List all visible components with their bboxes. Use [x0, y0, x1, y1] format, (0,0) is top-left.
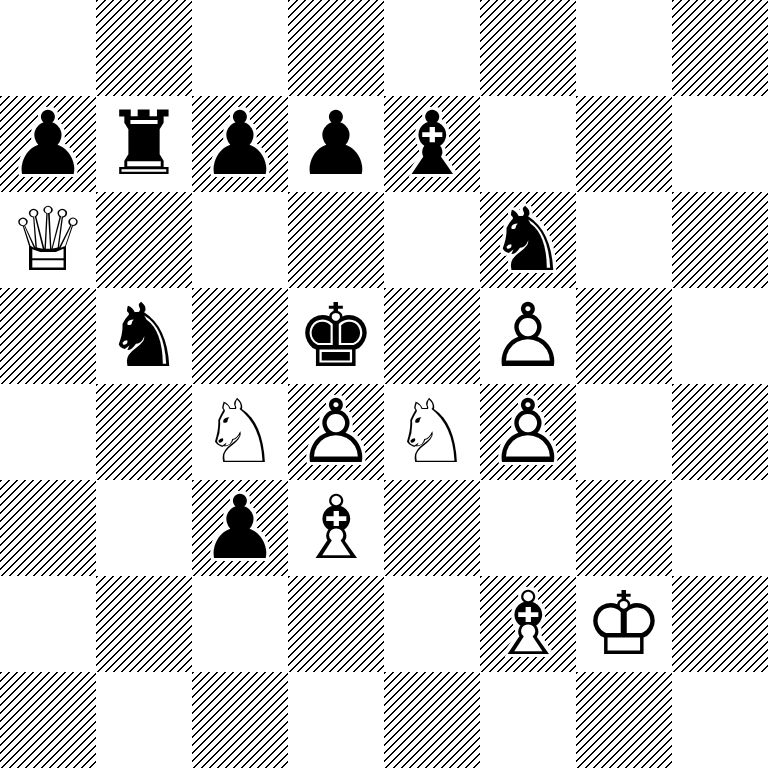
square-h8[interactable] [672, 0, 768, 96]
piece-black-pawn[interactable]: ♟♟ [192, 96, 288, 192]
piece-black-knight[interactable]: ♞♞ [96, 288, 192, 384]
black-bishop-glyph: ♝ [384, 96, 480, 192]
square-b7[interactable]: ♜♜ [96, 96, 192, 192]
black-knight-glyph: ♞ [480, 192, 576, 288]
piece-white-knight[interactable]: ♞♘ [384, 384, 480, 480]
piece-black-bishop[interactable]: ♝♝ [384, 96, 480, 192]
black-pawn-glyph: ♟ [192, 96, 288, 192]
square-h3[interactable] [672, 480, 768, 576]
piece-white-king[interactable]: ♚♔ [576, 576, 672, 672]
black-rook-glyph: ♜ [96, 96, 192, 192]
black-king-glyph: ♚ [288, 288, 384, 384]
square-f8[interactable] [480, 0, 576, 96]
white-queen-glyph: ♕ [0, 192, 96, 288]
square-h4[interactable] [672, 384, 768, 480]
piece-white-queen[interactable]: ♛♕ [0, 192, 96, 288]
square-h2[interactable] [672, 576, 768, 672]
square-f6[interactable]: ♞♞ [480, 192, 576, 288]
square-h6[interactable] [672, 192, 768, 288]
piece-black-pawn[interactable]: ♟♟ [288, 96, 384, 192]
square-g1[interactable] [576, 672, 672, 768]
white-bishop-glyph: ♗ [288, 480, 384, 576]
square-c7[interactable]: ♟♟ [192, 96, 288, 192]
square-d2[interactable] [288, 576, 384, 672]
square-c4[interactable]: ♞♘ [192, 384, 288, 480]
square-f3[interactable] [480, 480, 576, 576]
square-b1[interactable] [96, 672, 192, 768]
piece-black-pawn[interactable]: ♟♟ [192, 480, 288, 576]
square-b4[interactable] [96, 384, 192, 480]
square-c1[interactable] [192, 672, 288, 768]
white-king-glyph: ♔ [576, 576, 672, 672]
piece-white-bishop[interactable]: ♝♗ [480, 576, 576, 672]
square-b5[interactable]: ♞♞ [96, 288, 192, 384]
square-h1[interactable] [672, 672, 768, 768]
square-e3[interactable] [384, 480, 480, 576]
black-pawn-glyph: ♟ [0, 96, 96, 192]
square-f5[interactable]: ♟♙ [480, 288, 576, 384]
square-b2[interactable] [96, 576, 192, 672]
square-d8[interactable] [288, 0, 384, 96]
square-e8[interactable] [384, 0, 480, 96]
square-c3[interactable]: ♟♟ [192, 480, 288, 576]
square-a2[interactable] [0, 576, 96, 672]
square-h7[interactable] [672, 96, 768, 192]
square-a4[interactable] [0, 384, 96, 480]
white-knight-glyph: ♘ [384, 384, 480, 480]
square-e7[interactable]: ♝♝ [384, 96, 480, 192]
square-c6[interactable] [192, 192, 288, 288]
white-pawn-glyph: ♙ [288, 384, 384, 480]
square-f2[interactable]: ♝♗ [480, 576, 576, 672]
square-d7[interactable]: ♟♟ [288, 96, 384, 192]
square-e1[interactable] [384, 672, 480, 768]
square-g7[interactable] [576, 96, 672, 192]
square-d6[interactable] [288, 192, 384, 288]
black-pawn-glyph: ♟ [192, 480, 288, 576]
square-h5[interactable] [672, 288, 768, 384]
square-f7[interactable] [480, 96, 576, 192]
piece-white-knight[interactable]: ♞♘ [192, 384, 288, 480]
square-g5[interactable] [576, 288, 672, 384]
piece-white-bishop[interactable]: ♝♗ [288, 480, 384, 576]
piece-black-pawn[interactable]: ♟♟ [0, 96, 96, 192]
square-b3[interactable] [96, 480, 192, 576]
square-f4[interactable]: ♟♙ [480, 384, 576, 480]
square-a5[interactable] [0, 288, 96, 384]
piece-white-pawn[interactable]: ♟♙ [480, 288, 576, 384]
square-g8[interactable] [576, 0, 672, 96]
square-d1[interactable] [288, 672, 384, 768]
square-g3[interactable] [576, 480, 672, 576]
square-a7[interactable]: ♟♟ [0, 96, 96, 192]
piece-white-pawn[interactable]: ♟♙ [288, 384, 384, 480]
white-bishop-glyph: ♗ [480, 576, 576, 672]
square-b6[interactable] [96, 192, 192, 288]
white-pawn-glyph: ♙ [480, 288, 576, 384]
square-g6[interactable] [576, 192, 672, 288]
white-pawn-glyph: ♙ [480, 384, 576, 480]
black-knight-glyph: ♞ [96, 288, 192, 384]
black-pawn-glyph: ♟ [288, 96, 384, 192]
square-b8[interactable] [96, 0, 192, 96]
square-g4[interactable] [576, 384, 672, 480]
piece-white-pawn[interactable]: ♟♙ [480, 384, 576, 480]
square-e2[interactable] [384, 576, 480, 672]
chess-diagram: ♟♟♜♜♟♟♟♟♝♝♛♕♞♞♞♞♚♚♟♙♞♘♟♙♞♘♟♙♟♟♝♗♝♗♚♔ [0, 0, 768, 768]
square-g2[interactable]: ♚♔ [576, 576, 672, 672]
square-a6[interactable]: ♛♕ [0, 192, 96, 288]
piece-black-knight[interactable]: ♞♞ [480, 192, 576, 288]
white-knight-glyph: ♘ [192, 384, 288, 480]
square-c8[interactable] [192, 0, 288, 96]
chess-board: ♟♟♜♜♟♟♟♟♝♝♛♕♞♞♞♞♚♚♟♙♞♘♟♙♞♘♟♙♟♟♝♗♝♗♚♔ [0, 0, 768, 768]
piece-black-rook[interactable]: ♜♜ [96, 96, 192, 192]
square-e5[interactable] [384, 288, 480, 384]
square-e4[interactable]: ♞♘ [384, 384, 480, 480]
square-a1[interactable] [0, 672, 96, 768]
square-d3[interactable]: ♝♗ [288, 480, 384, 576]
piece-black-king[interactable]: ♚♚ [288, 288, 384, 384]
square-d4[interactable]: ♟♙ [288, 384, 384, 480]
square-a3[interactable] [0, 480, 96, 576]
square-c5[interactable] [192, 288, 288, 384]
square-f1[interactable] [480, 672, 576, 768]
square-a8[interactable] [0, 0, 96, 96]
square-e6[interactable] [384, 192, 480, 288]
square-d5[interactable]: ♚♚ [288, 288, 384, 384]
square-c2[interactable] [192, 576, 288, 672]
